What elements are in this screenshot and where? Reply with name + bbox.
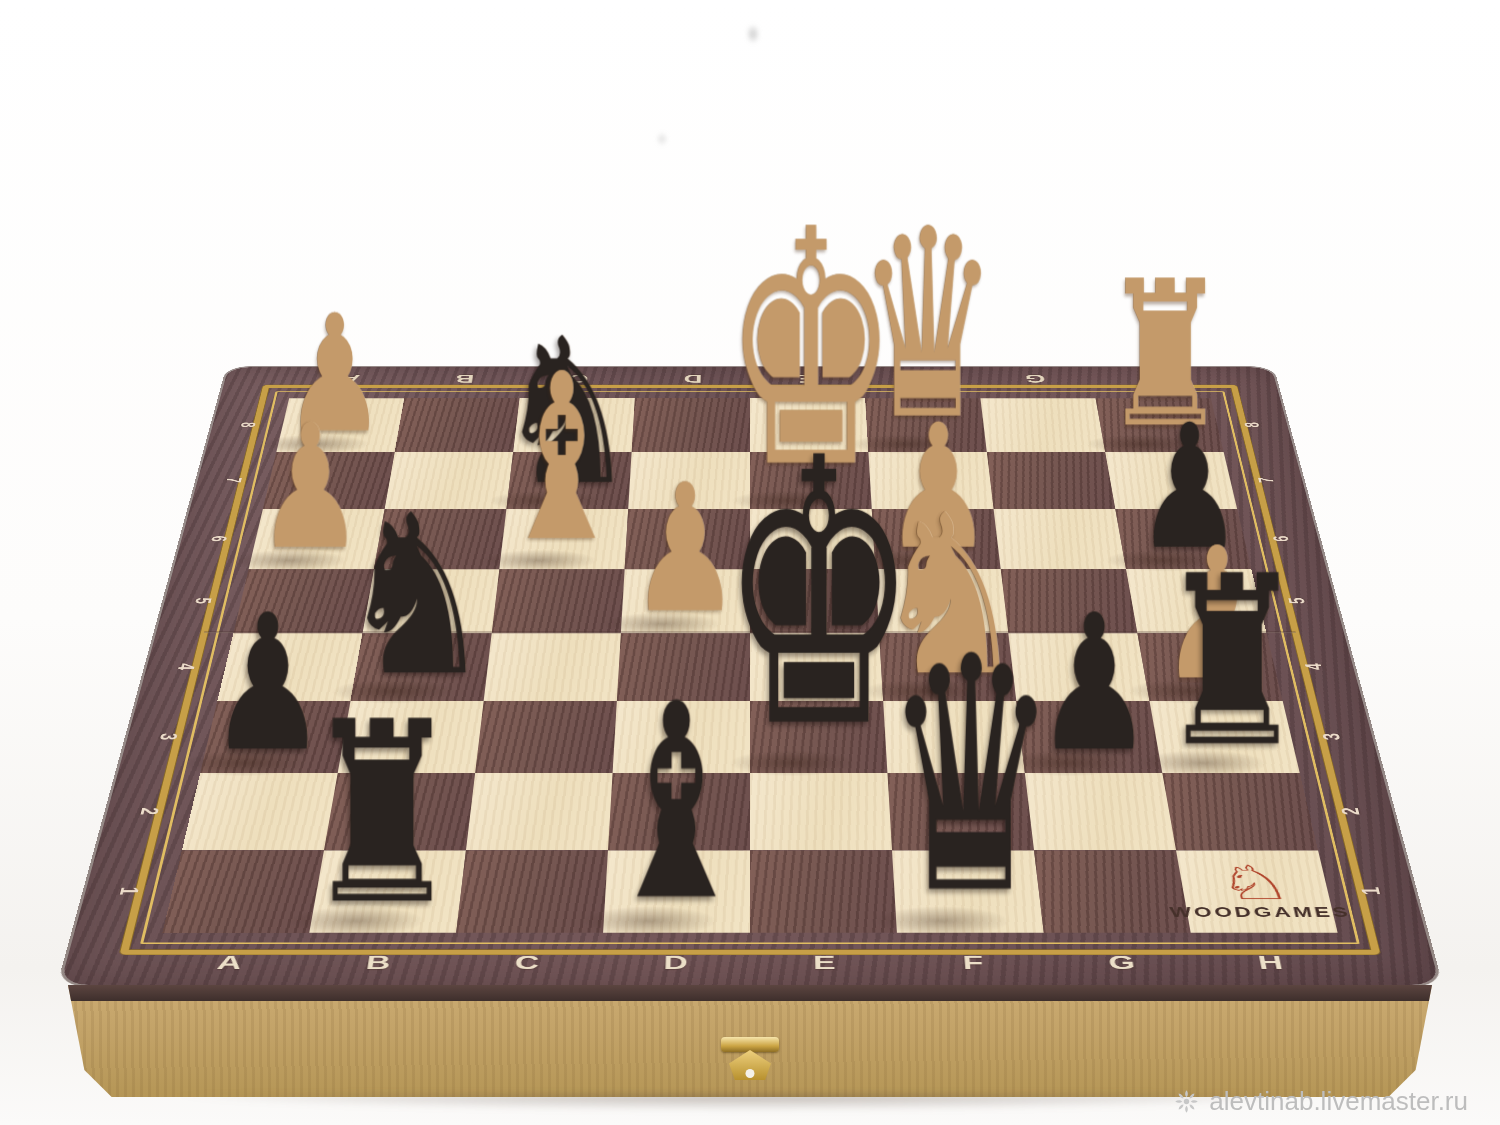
board-grid: ♟♛♜♞♚♟♝♟♟♟♞♞♟♟♚♟♜♜♝♛♘WOODGAMES [162, 398, 1337, 933]
black-rook[interactable]: ♜ [1159, 544, 1306, 778]
square-e3[interactable]: ♚ [750, 701, 887, 773]
black-rook[interactable]: ♜ [303, 688, 460, 938]
knight-icon: ♘ [1213, 861, 1296, 906]
black-queen[interactable]: ♛ [884, 615, 1058, 939]
brass-clasp[interactable] [721, 1037, 779, 1080]
square-e2[interactable] [750, 773, 892, 850]
watermark-text: alevtinab.livemaster.ru [1209, 1086, 1468, 1117]
black-bishop[interactable]: ♝ [601, 669, 751, 939]
file-label-far-d: D [683, 372, 702, 385]
square-c2[interactable] [466, 773, 613, 850]
file-label-far-b: B [455, 372, 476, 385]
file-label-far-g: G [1024, 372, 1046, 385]
square-f1[interactable]: ♛ [892, 850, 1044, 932]
square-c6[interactable]: ♝ [499, 509, 628, 569]
white-bishop[interactable]: ♝ [498, 343, 626, 573]
board-scene: ♟♛♜♞♚♟♝♟♟♟♞♞♟♟♚♟♜♜♝♛♘WOODGAMES AABBCCDDE… [0, 0, 1500, 985]
woodgames-logo-text: WOODGAMES [1169, 905, 1352, 920]
rank-label-left-3: 3 [153, 733, 183, 740]
square-h1[interactable]: ♘WOODGAMES [1176, 850, 1338, 932]
rank-label-right-3: 3 [1317, 733, 1347, 740]
square-c4[interactable] [484, 633, 621, 701]
square-h2[interactable] [1162, 773, 1318, 850]
square-h3[interactable]: ♜ [1150, 701, 1300, 773]
square-d1[interactable]: ♝ [603, 850, 750, 932]
square-b1[interactable]: ♜ [309, 850, 466, 932]
board-front-edge [68, 985, 1432, 1001]
clasp-hole [746, 1069, 755, 1078]
rank-label-left-6: 6 [205, 536, 232, 542]
square-c3[interactable] [475, 701, 617, 773]
watermark: alevtinab.livemaster.ru [1173, 1086, 1468, 1117]
rank-label-right-7: 7 [1253, 477, 1279, 482]
chess-board[interactable]: ♟♛♜♞♚♟♝♟♟♟♞♞♟♟♚♟♜♜♝♛♘WOODGAMES AABBCCDDE… [60, 367, 1440, 985]
clasp-bar [721, 1037, 779, 1052]
woodgames-logo: ♘WOODGAMES [1180, 852, 1333, 930]
board-front-face [68, 985, 1432, 1097]
photo-background: ♟♛♜♞♚♟♝♟♟♟♞♞♟♟♚♟♜♜♝♛♘WOODGAMES AABBCCDDE… [0, 0, 1500, 1125]
flower-icon [1173, 1088, 1200, 1115]
rank-label-left-7: 7 [221, 477, 247, 482]
